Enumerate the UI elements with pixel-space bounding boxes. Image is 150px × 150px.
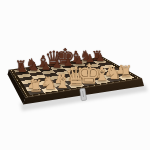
chess-set-photo: ♜♞♝♛♚♝♞♜♟♟♟♟♟♟♟♟♟♟♟♟♟♟♟♟♜♞♝♛♚♝♞♜ (0, 0, 150, 150)
box-sides-overlay (0, 0, 150, 150)
box-side-left (8, 70, 26, 105)
